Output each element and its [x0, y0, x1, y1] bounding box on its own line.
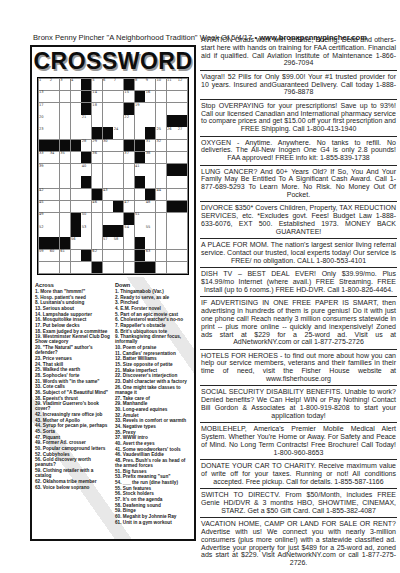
clue-item: 33. Revels in comfort or warmth [115, 418, 191, 423]
grid-cell[interactable] [124, 164, 134, 176]
black-cell [81, 176, 91, 188]
grid-cell[interactable] [71, 164, 81, 176]
grid-cell[interactable] [60, 164, 70, 176]
cell-number: 20 [39, 115, 44, 119]
clue-item: 27. Take care of [115, 396, 191, 401]
grid-cell[interactable]: 60 [49, 250, 59, 262]
grid-cell[interactable]: 5 [92, 79, 102, 91]
cell-number: 25 [156, 127, 161, 131]
grid-cell[interactable] [49, 262, 59, 274]
grid-cell[interactable]: 22 [124, 115, 134, 127]
grid-cell[interactable]: 6 [103, 79, 113, 91]
grid-cell[interactable] [103, 91, 113, 103]
grid-cell[interactable] [156, 176, 166, 188]
grid-cell[interactable]: 45 [39, 201, 49, 213]
grid-cell[interactable]: 55 [145, 225, 155, 237]
grid-cell[interactable] [156, 201, 166, 213]
grid-cell[interactable] [103, 176, 113, 188]
grid-cell[interactable]: 62 [92, 250, 102, 262]
grid-cell[interactable] [135, 127, 145, 139]
cell-number: 6 [103, 78, 105, 82]
grid-cell[interactable] [92, 164, 102, 176]
black-cell [177, 115, 187, 127]
grid-cell[interactable] [167, 237, 177, 249]
cell-number: 61 [60, 249, 65, 253]
grid-cell[interactable] [71, 115, 81, 127]
grid-cell[interactable] [60, 103, 70, 115]
black-cell [92, 262, 102, 274]
black-cell [81, 91, 91, 103]
grid-cell[interactable] [92, 225, 102, 237]
black-cell [92, 189, 102, 201]
black-cell [113, 201, 123, 213]
black-cell [71, 140, 81, 152]
grid-cell[interactable] [156, 250, 166, 262]
grid-cell[interactable] [177, 262, 187, 274]
cell-number: 45 [39, 200, 44, 204]
grid-cell[interactable]: 47 [124, 201, 134, 213]
grid-cell[interactable]: 12 [177, 79, 187, 91]
grid-cell[interactable] [113, 189, 123, 201]
grid-cell[interactable] [167, 152, 177, 164]
black-cell [81, 103, 91, 115]
grid-cell[interactable]: 53 [81, 225, 91, 237]
grid-cell[interactable]: 43 [103, 189, 113, 201]
grid-cell[interactable]: 10 [156, 79, 166, 91]
grid-cell[interactable]: 46 [92, 201, 102, 213]
grid-cell[interactable]: 52 [39, 225, 49, 237]
clue-item: 16. Mosquitolike insect [35, 317, 111, 322]
clue-item: 40. Avert the eyes [115, 441, 191, 446]
classified-ad: SWITCH TO DIRECTV. From $50/Month, inclu… [200, 489, 397, 518]
cell-number: 38 [146, 151, 151, 155]
cell-number: 57 [103, 237, 108, 241]
black-cell [135, 152, 145, 164]
grid-cell[interactable] [167, 103, 177, 115]
classified-ad: OXYGEN - Anytime. Anywhere. No tanks to … [200, 137, 397, 166]
grid-cell[interactable] [167, 213, 177, 225]
cell-number: 40 [82, 164, 87, 168]
clue-item: 32. Amulet [115, 413, 191, 418]
black-cell [124, 213, 134, 225]
cell-number: 49 [39, 212, 44, 216]
cell-number: 39 [39, 164, 44, 168]
grid-cell[interactable] [92, 213, 102, 225]
grid-cell[interactable] [92, 115, 102, 127]
grid-cell[interactable] [60, 225, 70, 237]
cell-number: 59 [39, 249, 44, 253]
grid-cell[interactable] [49, 176, 59, 188]
classified-ad: DONATE YOUR CAR TO CHARITY. Receive maxi… [200, 460, 397, 489]
grid-cell[interactable] [124, 189, 134, 201]
cell-number: 35 [60, 151, 65, 155]
grid-cell[interactable] [103, 250, 113, 262]
grid-cell[interactable] [113, 103, 123, 115]
down-header: Down [115, 282, 191, 288]
clue-item: 60. Megahit by Johnnie Ray [115, 514, 191, 519]
grid-cell[interactable]: 2 [49, 79, 59, 91]
classified-ad: MOBILEHELP, America's Premier Mobile Med… [200, 423, 397, 460]
clue-item: 56. Stock holders [115, 491, 191, 496]
grid-cell[interactable]: 39 [39, 164, 49, 176]
grid-cell[interactable]: 28 [81, 140, 91, 152]
cell-number: 32 [156, 139, 161, 143]
cell-number: 55 [146, 225, 151, 229]
grid-cell[interactable] [167, 225, 177, 237]
clue-item: 17. Put below decks [35, 323, 111, 328]
cell-number: 18 [92, 103, 97, 107]
grid-cell[interactable] [39, 262, 49, 274]
grid-cell[interactable] [103, 115, 113, 127]
clue-item: 1. More than "hmmm!" [35, 289, 111, 294]
grid-cell[interactable] [60, 201, 70, 213]
black-cell [135, 237, 145, 249]
grid-cell[interactable] [167, 189, 177, 201]
clue-item: 19. Westminster Kennel Club Dog Show cat… [35, 334, 111, 344]
grid-cell[interactable] [60, 189, 70, 201]
grid-cell[interactable] [71, 176, 81, 188]
grid-cell[interactable]: 4 [71, 79, 81, 91]
grid-cell[interactable]: 59 [39, 250, 49, 262]
grid-cell[interactable]: 7 [113, 79, 123, 91]
grid-cell[interactable]: 15 [124, 91, 134, 103]
grid-cell[interactable] [71, 250, 81, 262]
grid-cell[interactable]: 26 [167, 127, 177, 139]
clue-item: 26. One might take classes to manage it [115, 385, 191, 395]
clue-item: 36. Subject of "A Beautiful Mind" [35, 390, 111, 395]
grid-cell[interactable] [156, 225, 166, 237]
black-cell [124, 79, 134, 91]
black-cell [60, 140, 70, 152]
grid-cell[interactable] [49, 103, 59, 115]
grid-cell[interactable] [167, 140, 177, 152]
cell-number: 4 [71, 78, 73, 82]
classified-ads-column: AVIATION Grads work with JetBlue, Boeing… [200, 34, 397, 570]
grid-cell[interactable]: 49 [39, 213, 49, 225]
grid-cell[interactable] [71, 189, 81, 201]
grid-cell[interactable] [71, 103, 81, 115]
clue-item: 51. Big fusses [115, 469, 191, 474]
grid-cell[interactable] [49, 91, 59, 103]
grid-cell[interactable]: 27 [177, 127, 187, 139]
cell-number: 46 [92, 200, 97, 204]
grid-cell[interactable] [156, 91, 166, 103]
grid-cell[interactable]: 21 [81, 115, 91, 127]
grid-cell[interactable] [177, 103, 187, 115]
grid-cell[interactable]: 11 [167, 79, 177, 91]
grid-cell[interactable]: 35 [60, 152, 70, 164]
black-cell [113, 225, 123, 237]
grid-cell[interactable] [135, 189, 145, 201]
grid-cell[interactable]: 38 [145, 152, 155, 164]
grid-cell[interactable]: 34 [49, 152, 59, 164]
grid-cell[interactable] [156, 237, 166, 249]
black-cell [177, 201, 187, 213]
grid-cell[interactable]: 58 [113, 237, 123, 249]
grid-cell[interactable] [113, 140, 123, 152]
black-cell [135, 262, 145, 274]
clue-item: 7. Rappeller's obstacle [115, 323, 191, 328]
grid-cell[interactable] [71, 152, 81, 164]
grid-cell[interactable] [81, 189, 91, 201]
cell-number: 37 [124, 151, 129, 155]
grid-cell[interactable]: 36 [92, 152, 102, 164]
grid-cell[interactable]: 1 [39, 79, 49, 91]
clue-item: 38. Epeeist's thrust [35, 396, 111, 401]
cell-number: 14 [92, 90, 97, 94]
grid-cell[interactable] [177, 152, 187, 164]
clue-item: 11. Candles' representation [115, 351, 191, 356]
grid-cell[interactable]: 9 [145, 79, 155, 91]
grid-cell[interactable] [81, 262, 91, 274]
grid-cell[interactable] [177, 237, 187, 249]
crossword-clues: Across 1. More than "hmmm!"5. Hosp. pati… [32, 278, 194, 525]
grid-cell[interactable] [92, 237, 102, 249]
cell-number: 44 [156, 188, 161, 192]
grid-cell[interactable] [71, 262, 81, 274]
cell-number: 23 [39, 127, 44, 131]
grid-cell[interactable] [81, 201, 91, 213]
grid-cell[interactable] [49, 115, 59, 127]
grid-cell[interactable] [60, 176, 70, 188]
cell-number: 30 [103, 139, 108, 143]
grid-cell[interactable] [49, 213, 59, 225]
grid-cell[interactable] [145, 176, 155, 188]
grid-cell[interactable] [92, 176, 102, 188]
grid-cell[interactable] [156, 103, 166, 115]
grid-cell[interactable]: 32 [156, 140, 166, 152]
clue-item: 59. Clothing retailer with a catalog [35, 468, 111, 478]
grid-cell[interactable] [177, 225, 187, 237]
grid-cell[interactable] [145, 213, 155, 225]
grid-cell[interactable]: 19 [135, 103, 145, 115]
grid-cell[interactable] [156, 152, 166, 164]
grid-cell[interactable] [124, 176, 134, 188]
cell-number: 2 [50, 78, 52, 82]
grid-cell[interactable]: 31 [145, 140, 155, 152]
across-list: 1. More than "hmmm!"5. Hosp. patient's n… [35, 289, 111, 490]
black-cell [124, 103, 134, 115]
cell-number: 33 [39, 151, 44, 155]
clue-item: 55. Sun features [115, 486, 191, 491]
clue-item: 54. ___ the run (dine hastily) [115, 480, 191, 485]
grid-cell[interactable] [156, 262, 166, 274]
grid-cell[interactable] [177, 213, 187, 225]
cell-number: 41 [135, 164, 140, 168]
grid-cell[interactable] [177, 140, 187, 152]
cell-number: 12 [178, 78, 183, 82]
black-cell [177, 164, 187, 176]
black-cell [135, 140, 145, 152]
grid-cell[interactable]: 17 [39, 103, 49, 115]
black-cell [81, 152, 91, 164]
grid-cell[interactable] [71, 91, 81, 103]
classified-ad: Stop OVERPAYING for your prescriptions! … [200, 100, 397, 137]
cell-number: 24 [114, 127, 119, 131]
clue-item: 23. Dahl character with a factory [115, 379, 191, 384]
grid-cell[interactable] [177, 189, 187, 201]
grid-cell[interactable] [113, 164, 123, 176]
grid-cell[interactable] [145, 103, 155, 115]
grid-cell[interactable] [145, 237, 155, 249]
black-cell [135, 91, 145, 103]
grid-cell[interactable]: 42 [39, 189, 49, 201]
black-cell [135, 176, 145, 188]
grid-cell[interactable]: 61 [60, 250, 70, 262]
grid-cell[interactable]: 16 [145, 91, 155, 103]
clue-item: 5. Hosp. patient's need [35, 295, 111, 300]
black-cell [124, 140, 134, 152]
clue-item: 41. Some woodworkers' tools [115, 447, 191, 452]
grid-cell[interactable] [167, 176, 177, 188]
grid-cell[interactable] [49, 164, 59, 176]
newspaper-page: Bronx Penny Pincher "A Neighborhood Trad… [0, 0, 400, 573]
grid-cell[interactable] [124, 262, 134, 274]
black-cell [167, 115, 177, 127]
clue-item: 12. Batter Williams [115, 356, 191, 361]
grid-cell[interactable] [177, 176, 187, 188]
clue-item: 35. Prexy [115, 430, 191, 435]
grid-cell[interactable] [49, 127, 59, 139]
clue-item: 61. Unit in a gym workout [115, 520, 191, 525]
cell-number: 47 [124, 200, 129, 204]
grid-cell[interactable]: 25 [156, 127, 166, 139]
grid-cell[interactable] [135, 225, 145, 237]
grid-cell[interactable] [103, 152, 113, 164]
grid-cell[interactable]: 33 [39, 152, 49, 164]
grid-cell[interactable] [113, 250, 123, 262]
cell-number: 21 [82, 115, 87, 119]
grid-cell[interactable] [113, 213, 123, 225]
clue-item: 6. Cholesterol watcher's no-no [115, 317, 191, 322]
grid-cell[interactable] [49, 225, 59, 237]
grid-cell[interactable] [60, 127, 70, 139]
grid-cell[interactable] [71, 127, 81, 139]
grid-cell[interactable]: 23 [39, 127, 49, 139]
clue-item: 18. Exam judged by a committee [35, 329, 111, 334]
cell-number: 17 [39, 103, 44, 107]
grid-cell[interactable] [60, 115, 70, 127]
cell-number: 28 [82, 139, 87, 143]
grid-cell[interactable] [135, 201, 145, 213]
clue-item: 9. Thanksgiving dinner focus, informally [115, 334, 191, 344]
grid-cell[interactable]: 18 [92, 103, 102, 115]
grid-cell[interactable] [60, 262, 70, 274]
classified-ad: AVIATION Grads work with JetBlue, Boeing… [200, 34, 397, 71]
cell-number: 34 [50, 151, 55, 155]
cell-number: 22 [124, 115, 129, 119]
clue-item: 50. Popular campground letters [35, 446, 111, 451]
grid-cell[interactable] [103, 164, 113, 176]
cell-number: 11 [167, 78, 172, 82]
grid-cell[interactable] [60, 91, 70, 103]
grid-cell[interactable]: 41 [135, 164, 145, 176]
cell-number: 52 [39, 225, 44, 229]
grid-cell[interactable] [39, 176, 49, 188]
grid-cell[interactable]: 8 [135, 79, 145, 91]
clue-item: 37. WWW intro [115, 435, 191, 440]
grid-cell[interactable] [124, 127, 134, 139]
grid-cell[interactable] [113, 91, 123, 103]
grid-cell[interactable] [81, 237, 91, 249]
grid-cell[interactable] [124, 237, 134, 249]
grid-cell[interactable] [156, 213, 166, 225]
black-cell [167, 201, 177, 213]
clue-item: 56. Gold discovery worth peanuts? [35, 457, 111, 467]
grid-cell[interactable] [156, 115, 166, 127]
grid-cell[interactable] [49, 201, 59, 213]
clue-item: 1. Thingamabob (Var.) [115, 289, 191, 294]
clue-item: 10. Poem of praise [115, 345, 191, 350]
grid-cell[interactable] [177, 91, 187, 103]
grid-cell[interactable] [60, 213, 70, 225]
grid-cell[interactable]: 56 [71, 237, 81, 249]
grid-cell[interactable]: 20 [39, 115, 49, 127]
black-cell [39, 140, 49, 152]
grid-cell[interactable] [167, 250, 177, 262]
grid-cell[interactable] [103, 201, 113, 213]
grid-cell[interactable] [167, 262, 177, 274]
grid-cell[interactable]: 40 [81, 164, 91, 176]
grid-cell[interactable]: 13 [39, 91, 49, 103]
grid-cell[interactable] [103, 103, 113, 115]
grid-cell[interactable] [49, 189, 59, 201]
grid-cell[interactable] [145, 115, 155, 127]
grid-cell[interactable] [103, 213, 113, 225]
grid-cell[interactable] [113, 152, 123, 164]
down-list: 1. Thingamabob (Var.)2. Ready to serve, … [115, 289, 191, 525]
grid-cell[interactable] [81, 127, 91, 139]
grid-cell[interactable]: 37 [124, 152, 134, 164]
grid-cell[interactable] [113, 176, 123, 188]
cell-number: 19 [135, 103, 140, 107]
grid-cell[interactable]: 24 [113, 127, 123, 139]
grid-cell[interactable] [124, 250, 134, 262]
grid-cell[interactable] [167, 91, 177, 103]
grid-cell[interactable]: 57 [103, 237, 113, 249]
black-cell [145, 262, 155, 274]
grid-cell[interactable] [113, 262, 123, 274]
grid-cell[interactable]: 63 [145, 250, 155, 262]
grid-cell[interactable] [177, 250, 187, 262]
grid-cell[interactable] [103, 262, 113, 274]
clue-item: 47. Piquant [35, 435, 111, 440]
grid-cell[interactable] [113, 115, 123, 127]
crossword-grid: 1234567891011121314151617181920212223242… [37, 77, 189, 275]
grid-cell[interactable]: 30 [103, 140, 113, 152]
cell-number: 10 [156, 78, 161, 82]
grid-cell[interactable]: 29 [92, 140, 102, 152]
grid-cell[interactable]: 14 [92, 91, 102, 103]
grid-cell[interactable]: 54 [124, 225, 134, 237]
classified-ad: DIVORCE $350* Covers Children, Property,… [200, 202, 397, 239]
grid-cell[interactable] [71, 201, 81, 213]
grid-cell[interactable]: 48 [145, 201, 155, 213]
clue-item: 14. Lampshade supporter [35, 312, 111, 317]
grid-cell[interactable]: 50 [81, 213, 91, 225]
grid-cell[interactable]: 3 [60, 79, 70, 91]
clue-item: 63. Voice below soprano [35, 485, 111, 490]
clue-item: 23. Price venues [35, 356, 111, 361]
clue-item: 59. Binge [115, 508, 191, 513]
grid-cell[interactable]: 51 [135, 213, 145, 225]
clue-item: 28. Sophocles' forte [35, 373, 111, 378]
grid-cell[interactable] [145, 164, 155, 176]
grid-cell[interactable]: 44 [156, 189, 166, 201]
grid-cell[interactable] [135, 115, 145, 127]
clue-item: 31. Words with "in the same" [35, 379, 111, 384]
grid-cell[interactable] [156, 164, 166, 176]
